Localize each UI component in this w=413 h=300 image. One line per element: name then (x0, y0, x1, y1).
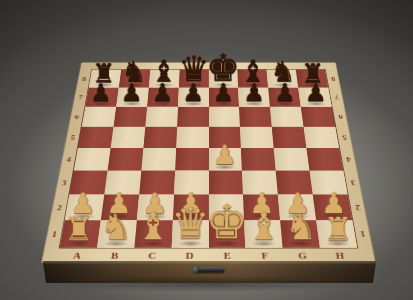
piece-black-pawn-h7[interactable]: ♟ (305, 81, 327, 105)
square-d1[interactable]: ♛ (171, 220, 208, 247)
square-c7[interactable]: ♟ (147, 88, 179, 107)
square-f7[interactable]: ♟ (238, 88, 270, 107)
rank-label-left-5: 5 (70, 134, 76, 141)
rank-label-right-6: 6 (337, 113, 342, 119)
rank-label-left-1: 1 (51, 229, 58, 238)
square-a1[interactable]: ♜ (60, 220, 101, 247)
file-label-e: E (224, 250, 232, 260)
square-f1[interactable]: ♝ (244, 220, 282, 247)
piece-black-pawn-e7[interactable]: ♟ (213, 81, 235, 105)
file-label-a: A (72, 250, 81, 260)
clasp-latch (192, 265, 226, 274)
rank-label-right-4: 4 (345, 155, 351, 162)
piece-black-pawn-f7[interactable]: ♟ (244, 81, 266, 105)
rank-label-right-2: 2 (354, 203, 360, 211)
square-d6[interactable] (177, 107, 209, 127)
rank-label-left-2: 2 (56, 203, 62, 211)
file-label-c: C (148, 250, 157, 260)
rank-label-left-7: 7 (78, 94, 83, 100)
square-e3[interactable] (209, 171, 244, 195)
piece-white-knight-g1[interactable]: ♞ (285, 210, 317, 245)
piece-white-queen-d1[interactable]: ♛ (171, 202, 210, 245)
square-h6[interactable] (301, 107, 335, 127)
piece-black-pawn-a7[interactable]: ♟ (90, 81, 112, 105)
square-a7[interactable]: ♟ (85, 88, 118, 107)
board-scene: ♜♞♝♛♚♝♞♜♟♟♟♟♟♟♟♟♟♟♟♟♟♟♟♟♜♞♝♛♚♝♞♜ ABCDEFG… (41, 0, 376, 263)
square-h1[interactable]: ♜ (316, 220, 357, 247)
rank-label-left-4: 4 (66, 155, 72, 162)
clasp-plate-icon (198, 267, 224, 272)
square-c6[interactable] (145, 107, 178, 127)
square-g5[interactable] (272, 127, 307, 148)
file-label-h: H (335, 250, 345, 260)
square-a6[interactable] (82, 107, 116, 127)
chess-board: ♜♞♝♛♚♝♞♜♟♟♟♟♟♟♟♟♟♟♟♟♟♟♟♟♜♞♝♛♚♝♞♜ ABCDEFG… (41, 62, 376, 263)
rank-label-right-1: 1 (359, 229, 366, 238)
rank-label-right-3: 3 (350, 179, 356, 187)
file-label-g: G (298, 250, 308, 260)
board-playfield: ♜♞♝♛♚♝♞♜♟♟♟♟♟♟♟♟♟♟♟♟♟♟♟♟♜♞♝♛♚♝♞♜ (60, 70, 357, 248)
piece-white-pawn-e4[interactable]: ♟ (213, 142, 237, 169)
piece-black-pawn-c7[interactable]: ♟ (152, 81, 174, 105)
rank-label-right-7: 7 (334, 94, 339, 100)
square-e4[interactable]: ♟ (209, 148, 243, 171)
square-b1[interactable]: ♞ (97, 220, 137, 247)
square-g1[interactable]: ♞ (280, 220, 320, 247)
square-h4[interactable] (307, 148, 344, 171)
photo-backdrop: ♜♞♝♛♚♝♞♜♟♟♟♟♟♟♟♟♟♟♟♟♟♟♟♟♜♞♝♛♚♝♞♜ ABCDEFG… (0, 0, 413, 300)
square-g7[interactable]: ♟ (268, 88, 301, 107)
square-e1[interactable]: ♚ (209, 220, 246, 247)
square-b5[interactable] (110, 127, 145, 148)
square-f6[interactable] (239, 107, 272, 127)
rank-label-right-8: 8 (330, 76, 335, 82)
square-b4[interactable] (107, 148, 143, 171)
square-d7[interactable]: ♟ (178, 88, 209, 107)
rank-label-left-3: 3 (61, 179, 67, 187)
file-label-d: D (186, 250, 194, 260)
square-a5[interactable] (78, 127, 114, 148)
square-h5[interactable] (304, 127, 340, 148)
square-g4[interactable] (274, 148, 310, 171)
square-e6[interactable] (209, 107, 241, 127)
rank-label-left-6: 6 (74, 113, 79, 119)
square-b6[interactable] (113, 107, 147, 127)
square-e7[interactable]: ♟ (209, 88, 240, 107)
board-cast-shadow (52, 276, 362, 292)
file-label-f: F (261, 250, 268, 260)
piece-white-rook-a1[interactable]: ♜ (64, 213, 93, 245)
square-a4[interactable] (74, 148, 111, 171)
piece-white-bishop-f1[interactable]: ♝ (247, 208, 280, 245)
piece-white-rook-h1[interactable]: ♜ (324, 213, 353, 245)
rank-label-left-8: 8 (82, 76, 87, 82)
rank-label-right-5: 5 (341, 134, 347, 141)
square-f5[interactable] (240, 127, 274, 148)
piece-white-bishop-c1[interactable]: ♝ (136, 208, 169, 245)
file-labels-bottom: ABCDEFGH (57, 248, 360, 263)
square-f4[interactable] (241, 148, 276, 171)
piece-black-pawn-d7[interactable]: ♟ (182, 81, 204, 105)
piece-black-pawn-b7[interactable]: ♟ (121, 81, 143, 105)
square-h7[interactable]: ♟ (298, 88, 331, 107)
piece-black-pawn-g7[interactable]: ♟ (274, 81, 296, 105)
square-c1[interactable]: ♝ (134, 220, 172, 247)
file-label-b: B (110, 250, 118, 260)
square-d4[interactable] (175, 148, 209, 171)
square-c5[interactable] (143, 127, 177, 148)
square-c4[interactable] (141, 148, 176, 171)
piece-white-knight-b1[interactable]: ♞ (100, 210, 132, 245)
square-g6[interactable] (270, 107, 304, 127)
square-d5[interactable] (176, 127, 209, 148)
piece-white-king-e1[interactable]: ♚ (206, 198, 248, 245)
square-b7[interactable]: ♟ (116, 88, 149, 107)
